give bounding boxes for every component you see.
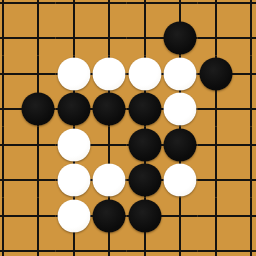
board-intersection-D7[interactable] — [91, 198, 127, 234]
board-intersection-E6[interactable] — [127, 162, 163, 198]
board-intersection-C3[interactable] — [56, 56, 92, 92]
board-intersection-G2[interactable] — [198, 20, 234, 56]
board-intersection-D5[interactable] — [91, 127, 127, 163]
board-intersection-F8[interactable] — [162, 233, 198, 256]
black-stone — [93, 93, 126, 126]
board-intersection-F7[interactable] — [162, 198, 198, 234]
board-intersection-E7[interactable] — [127, 198, 163, 234]
board-intersection-G5[interactable] — [198, 127, 234, 163]
board-intersection-G8[interactable] — [198, 233, 234, 256]
board-intersection-H2[interactable] — [233, 20, 256, 56]
board-intersection-A7[interactable] — [0, 198, 20, 234]
white-stone — [93, 57, 126, 90]
board-intersection-F1[interactable] — [162, 0, 198, 20]
black-stone — [57, 93, 90, 126]
board-intersection-C6[interactable] — [56, 162, 92, 198]
black-stone — [164, 128, 197, 161]
board-intersection-E2[interactable] — [127, 20, 163, 56]
board-intersection-H6[interactable] — [233, 162, 256, 198]
board-intersection-B2[interactable] — [20, 20, 56, 56]
board-intersection-D6[interactable] — [91, 162, 127, 198]
board-intersection-B3[interactable] — [20, 56, 56, 92]
board-intersection-F2[interactable] — [162, 20, 198, 56]
black-stone — [128, 93, 161, 126]
white-stone — [164, 164, 197, 197]
white-stone — [57, 57, 90, 90]
white-stone — [93, 164, 126, 197]
board-intersection-B6[interactable] — [20, 162, 56, 198]
board-intersection-H8[interactable] — [233, 233, 256, 256]
black-stone — [22, 93, 55, 126]
board-intersection-D2[interactable] — [91, 20, 127, 56]
board-intersection-C7[interactable] — [56, 198, 92, 234]
white-stone — [164, 93, 197, 126]
board-intersection-H5[interactable] — [233, 127, 256, 163]
board-intersection-E8[interactable] — [127, 233, 163, 256]
black-stone — [164, 22, 197, 55]
black-stone — [199, 57, 232, 90]
board-intersection-B5[interactable] — [20, 127, 56, 163]
white-stone — [57, 164, 90, 197]
go-grid — [0, 0, 256, 256]
board-intersection-F6[interactable] — [162, 162, 198, 198]
board-intersection-C1[interactable] — [56, 0, 92, 20]
board-intersection-B4[interactable] — [20, 91, 56, 127]
black-stone — [93, 199, 126, 232]
white-stone — [164, 57, 197, 90]
board-intersection-B1[interactable] — [20, 0, 56, 20]
board-intersection-E3[interactable] — [127, 56, 163, 92]
board-intersection-F3[interactable] — [162, 56, 198, 92]
board-intersection-G4[interactable] — [198, 91, 234, 127]
board-intersection-G3[interactable] — [198, 56, 234, 92]
board-intersection-G7[interactable] — [198, 198, 234, 234]
board-intersection-C8[interactable] — [56, 233, 92, 256]
black-stone — [128, 199, 161, 232]
board-intersection-A1[interactable] — [0, 0, 20, 20]
board-intersection-G6[interactable] — [198, 162, 234, 198]
board-intersection-D1[interactable] — [91, 0, 127, 20]
black-stone — [128, 128, 161, 161]
board-intersection-D4[interactable] — [91, 91, 127, 127]
board-intersection-A5[interactable] — [0, 127, 20, 163]
board-intersection-C2[interactable] — [56, 20, 92, 56]
board-intersection-E4[interactable] — [127, 91, 163, 127]
board-intersection-A8[interactable] — [0, 233, 20, 256]
go-board — [0, 0, 256, 256]
board-intersection-A2[interactable] — [0, 20, 20, 56]
board-intersection-H3[interactable] — [233, 56, 256, 92]
board-intersection-E1[interactable] — [127, 0, 163, 20]
board-intersection-D3[interactable] — [91, 56, 127, 92]
board-intersection-G1[interactable] — [198, 0, 234, 20]
board-intersection-H1[interactable] — [233, 0, 256, 20]
board-intersection-F4[interactable] — [162, 91, 198, 127]
board-intersection-H4[interactable] — [233, 91, 256, 127]
board-intersection-C5[interactable] — [56, 127, 92, 163]
board-intersection-D8[interactable] — [91, 233, 127, 256]
board-intersection-E5[interactable] — [127, 127, 163, 163]
board-intersection-A6[interactable] — [0, 162, 20, 198]
board-intersection-F5[interactable] — [162, 127, 198, 163]
white-stone — [57, 199, 90, 232]
board-intersection-B7[interactable] — [20, 198, 56, 234]
white-stone — [57, 128, 90, 161]
board-intersection-C4[interactable] — [56, 91, 92, 127]
board-intersection-B8[interactable] — [20, 233, 56, 256]
board-intersection-H7[interactable] — [233, 198, 256, 234]
black-stone — [128, 164, 161, 197]
board-intersection-A3[interactable] — [0, 56, 20, 92]
board-intersection-A4[interactable] — [0, 91, 20, 127]
white-stone — [128, 57, 161, 90]
